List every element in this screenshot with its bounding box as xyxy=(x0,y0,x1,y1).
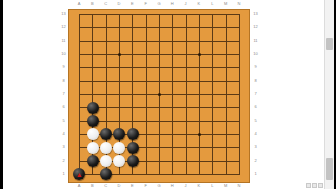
coord-label: 13 xyxy=(252,7,259,20)
white-stone-c2 xyxy=(100,155,112,167)
coord-label: B xyxy=(86,2,99,6)
coord-label: 12 xyxy=(252,21,259,34)
coord-label: 4 xyxy=(60,127,67,140)
coord-label: M xyxy=(219,184,232,188)
coord-label: K xyxy=(192,2,205,6)
black-stone-b5 xyxy=(87,115,99,127)
last-move-marker-icon: ▲ xyxy=(76,171,83,178)
coord-label: G xyxy=(152,2,165,6)
star-point xyxy=(118,53,121,56)
row-labels-left: 13121110987654321 xyxy=(60,7,67,180)
black-stone-e4 xyxy=(127,128,139,140)
coord-label: 3 xyxy=(60,141,67,154)
coord-label: J xyxy=(179,184,192,188)
coord-label: 4 xyxy=(252,127,259,140)
black-stone-b2 xyxy=(87,155,99,167)
coord-label: N xyxy=(232,2,245,6)
coord-label: G xyxy=(152,184,165,188)
coord-label: 12 xyxy=(60,21,67,34)
coord-label: D xyxy=(112,2,125,6)
horizontal-scrollbar[interactable] xyxy=(306,183,323,188)
star-point xyxy=(198,53,201,56)
black-stone-e3 xyxy=(127,142,139,154)
letterbox-bar-left xyxy=(0,0,3,189)
black-stone-c1 xyxy=(100,168,112,180)
coord-label: 6 xyxy=(60,101,67,114)
coord-label: L xyxy=(206,2,219,6)
coord-label: 10 xyxy=(60,47,67,60)
coord-label: F xyxy=(139,2,152,6)
coord-label: M xyxy=(219,2,232,6)
coord-label: K xyxy=(192,184,205,188)
coord-label: 9 xyxy=(60,61,67,74)
coord-label: H xyxy=(166,2,179,6)
scroll-right-button[interactable] xyxy=(312,183,317,188)
black-stone-c4 xyxy=(100,128,112,140)
star-point xyxy=(198,133,201,136)
coord-label: H xyxy=(166,184,179,188)
coord-label: E xyxy=(126,2,139,6)
column-labels-top: ABCDEFGHJKLMN xyxy=(72,2,245,6)
coord-label: A xyxy=(72,184,85,188)
go-board[interactable]: ▲ xyxy=(68,9,250,183)
white-stone-b4 xyxy=(87,128,99,140)
coord-label: L xyxy=(206,184,219,188)
coord-label: 11 xyxy=(252,34,259,47)
vertical-scrollbar[interactable] xyxy=(324,0,334,189)
row-labels-right: 13121110987654321 xyxy=(252,7,259,180)
coord-label: 6 xyxy=(252,101,259,114)
black-stone-b6 xyxy=(87,102,99,114)
coord-label: F xyxy=(139,184,152,188)
white-stone-d3 xyxy=(113,142,125,154)
coord-label: 10 xyxy=(252,47,259,60)
scrollbar-corner xyxy=(318,183,323,188)
black-stone-a1: ▲ xyxy=(73,168,85,180)
white-stone-d2 xyxy=(113,155,125,167)
scroll-left-button[interactable] xyxy=(306,183,311,188)
coord-label: A xyxy=(72,2,85,6)
column-labels-bottom: ABCDEFGHJKLMN xyxy=(72,184,245,188)
coord-label: 1 xyxy=(60,167,67,180)
coord-label: 2 xyxy=(60,154,67,167)
coord-label: N xyxy=(232,184,245,188)
vertical-scrollbar-thumb[interactable] xyxy=(326,38,333,50)
coord-label: 9 xyxy=(252,61,259,74)
coord-label: B xyxy=(86,184,99,188)
intersection-grid[interactable]: ▲ xyxy=(73,8,246,181)
coord-label: 3 xyxy=(252,141,259,154)
coord-label: E xyxy=(126,184,139,188)
vertical-scrollbar-thumb-lower[interactable] xyxy=(326,158,333,180)
coord-label: 2 xyxy=(252,154,259,167)
black-stone-d4 xyxy=(113,128,125,140)
coord-label: 1 xyxy=(252,167,259,180)
white-stone-c3 xyxy=(100,142,112,154)
coord-label: 13 xyxy=(60,7,67,20)
white-stone-b3 xyxy=(87,142,99,154)
coord-label: 5 xyxy=(60,114,67,127)
coord-label: C xyxy=(99,2,112,6)
go-board-area: ABCDEFGHJKLMN ABCDEFGHJKLMN 131211109876… xyxy=(60,0,260,189)
coord-label: 8 xyxy=(60,74,67,87)
coord-label: 7 xyxy=(252,87,259,100)
coord-label: J xyxy=(179,2,192,6)
coord-label: C xyxy=(99,184,112,188)
star-point xyxy=(158,93,161,96)
coord-label: 7 xyxy=(60,87,67,100)
coord-label: 11 xyxy=(60,34,67,47)
black-stone-e2 xyxy=(127,155,139,167)
coord-label: 8 xyxy=(252,74,259,87)
coord-label: D xyxy=(112,184,125,188)
coord-label: 5 xyxy=(252,114,259,127)
